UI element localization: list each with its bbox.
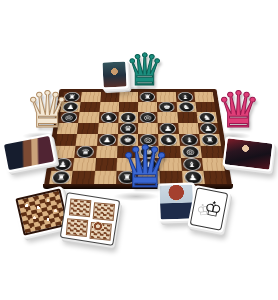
square-b4	[76, 134, 98, 146]
right-card-art	[225, 138, 273, 169]
character-disc-k: ♚	[159, 102, 175, 112]
blue-queen: ♛	[119, 138, 171, 196]
square-g3: ◎	[179, 146, 201, 158]
square-e7	[138, 102, 157, 112]
puzzle-card-quad-boards	[60, 192, 121, 246]
square-g4: ♝	[179, 134, 201, 146]
pink-queen: ♛	[216, 85, 261, 135]
character-disc-b: ♝	[120, 112, 136, 123]
square-c3	[96, 146, 118, 158]
mini-board-pieces	[18, 191, 67, 234]
character-disc-p: ♟	[53, 158, 72, 171]
square-h6: ♞	[196, 112, 217, 123]
square-g8: ♝	[175, 92, 195, 102]
character-disc-q: ♛	[76, 146, 94, 158]
square-h2	[202, 158, 225, 171]
character-disc-p: ♟	[98, 134, 115, 146]
character-disc-r: ♜	[51, 171, 71, 184]
square-b7	[80, 102, 100, 112]
product-scene: ♜♜♝♟♚♞◎♞♝◎♞♛♟♟♟♚◎♞♝♜♛♚◎♟♟♝♜♜♟ ♔ ♔ ♛♛♛♛	[0, 0, 278, 300]
square-f6	[157, 112, 177, 123]
mini-board-1	[69, 198, 91, 216]
square-c4: ♟	[97, 134, 118, 146]
king-icon: ♔	[202, 197, 223, 220]
square-h3	[200, 146, 223, 158]
square-h7	[195, 102, 216, 112]
square-g2: ♝	[180, 158, 203, 171]
mini-board-2	[92, 202, 114, 220]
square-b6	[78, 112, 99, 123]
teal-queen: ♛	[125, 48, 164, 92]
square-b3: ♛	[74, 146, 96, 158]
square-c1	[94, 171, 117, 184]
character-disc-o: ◎	[140, 112, 156, 123]
top-card-art	[102, 61, 126, 87]
character-disc-b: ♝	[181, 134, 199, 146]
character-disc-b: ♝	[182, 158, 201, 171]
square-g7: ♞	[176, 102, 196, 112]
cream-queen: ♛	[25, 85, 70, 135]
square-b5	[77, 123, 98, 134]
square-b1	[71, 171, 94, 184]
king-card-frame: ♔ ♔	[190, 187, 229, 230]
character-disc-n: ♞	[100, 112, 117, 123]
character-disc-n: ♞	[198, 112, 215, 123]
quad-boards	[65, 198, 114, 240]
square-c2	[95, 158, 117, 171]
square-a1: ♜	[49, 171, 73, 184]
square-f7: ♚	[157, 102, 177, 112]
square-d6: ♝	[118, 112, 138, 123]
square-g6	[177, 112, 198, 123]
square-b2	[73, 158, 96, 171]
square-h8	[194, 92, 214, 102]
square-b8	[81, 92, 101, 102]
right-card-deck	[222, 136, 274, 172]
character-disc-o: ◎	[181, 146, 199, 158]
character-disc-p: ♟	[199, 123, 217, 134]
square-c6: ♞	[98, 112, 118, 123]
square-c8	[100, 92, 119, 102]
square-e6: ◎	[138, 112, 158, 123]
mini-board-3	[66, 218, 88, 236]
square-a3	[53, 146, 76, 158]
character-disc-b: ♝	[177, 92, 193, 102]
square-c5	[97, 123, 118, 134]
square-g5	[178, 123, 199, 134]
square-c7	[99, 102, 119, 112]
king-illustration-card: ♔ ♔	[187, 185, 230, 233]
square-h1	[203, 171, 227, 184]
character-disc-n: ♞	[178, 102, 195, 112]
square-d7	[119, 102, 138, 112]
